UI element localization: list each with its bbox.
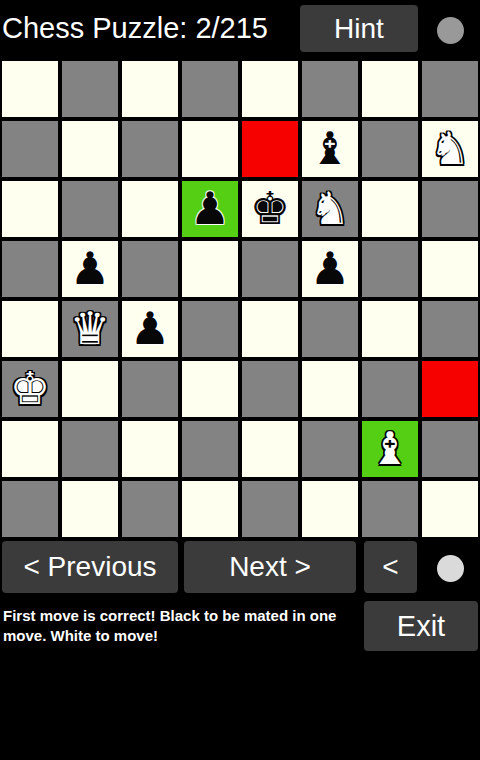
square-e8[interactable] — [242, 61, 298, 117]
square-g6[interactable] — [362, 181, 418, 237]
square-a2[interactable] — [2, 421, 58, 477]
square-b6[interactable] — [62, 181, 118, 237]
square-g7[interactable] — [362, 121, 418, 177]
square-b5[interactable]: ♟ — [62, 241, 118, 297]
square-f2[interactable] — [302, 421, 358, 477]
square-d6[interactable]: ♟ — [182, 181, 238, 237]
square-b4[interactable]: ♛ — [62, 301, 118, 357]
square-c2[interactable] — [122, 421, 178, 477]
square-c3[interactable] — [122, 361, 178, 417]
square-a6[interactable] — [2, 181, 58, 237]
white-knight-icon: ♞ — [430, 121, 470, 177]
status-message: First move is correct! Black to be mated… — [3, 606, 361, 646]
square-c7[interactable] — [122, 121, 178, 177]
square-e7[interactable] — [242, 121, 298, 177]
square-b2[interactable] — [62, 421, 118, 477]
square-a5[interactable] — [2, 241, 58, 297]
top-status-circle-icon — [437, 17, 464, 44]
square-e6[interactable]: ♚ — [242, 181, 298, 237]
square-f3[interactable] — [302, 361, 358, 417]
square-f1[interactable] — [302, 481, 358, 537]
square-g5[interactable] — [362, 241, 418, 297]
square-e5[interactable] — [242, 241, 298, 297]
square-g4[interactable] — [362, 301, 418, 357]
square-h2[interactable] — [422, 421, 478, 477]
square-d5[interactable] — [182, 241, 238, 297]
white-king-icon: ♚ — [10, 361, 50, 417]
square-g2[interactable]: ♝ — [362, 421, 418, 477]
square-c4[interactable]: ♟ — [122, 301, 178, 357]
square-f7[interactable]: ♝ — [302, 121, 358, 177]
square-a8[interactable] — [2, 61, 58, 117]
status-message-line1: First move is correct! Black to be mated… — [3, 606, 361, 626]
back-button[interactable]: < — [364, 541, 417, 593]
black-king-icon: ♚ — [250, 181, 290, 237]
square-e1[interactable] — [242, 481, 298, 537]
square-a7[interactable] — [2, 121, 58, 177]
app-title: Chess Puzzle: 2/215 — [2, 0, 268, 57]
square-g1[interactable] — [362, 481, 418, 537]
bottom-status-circle-icon — [437, 555, 464, 582]
square-d8[interactable] — [182, 61, 238, 117]
next-button[interactable]: Next > — [184, 541, 356, 593]
square-f5[interactable]: ♟ — [302, 241, 358, 297]
square-c6[interactable] — [122, 181, 178, 237]
black-pawn-icon: ♟ — [130, 301, 170, 357]
square-g3[interactable] — [362, 361, 418, 417]
square-e4[interactable] — [242, 301, 298, 357]
square-g8[interactable] — [362, 61, 418, 117]
square-h3[interactable] — [422, 361, 478, 417]
square-b3[interactable] — [62, 361, 118, 417]
white-bishop-icon: ♝ — [370, 421, 410, 477]
square-d2[interactable] — [182, 421, 238, 477]
square-d7[interactable] — [182, 121, 238, 177]
square-h6[interactable] — [422, 181, 478, 237]
square-h4[interactable] — [422, 301, 478, 357]
square-c1[interactable] — [122, 481, 178, 537]
white-knight-icon: ♞ — [310, 181, 350, 237]
square-d1[interactable] — [182, 481, 238, 537]
status-message-line2: move. White to move! — [3, 626, 361, 646]
square-c5[interactable] — [122, 241, 178, 297]
square-f8[interactable] — [302, 61, 358, 117]
square-h5[interactable] — [422, 241, 478, 297]
square-e2[interactable] — [242, 421, 298, 477]
black-bishop-icon: ♝ — [310, 121, 350, 177]
square-f4[interactable] — [302, 301, 358, 357]
square-c8[interactable] — [122, 61, 178, 117]
square-b8[interactable] — [62, 61, 118, 117]
square-d4[interactable] — [182, 301, 238, 357]
square-h7[interactable]: ♞ — [422, 121, 478, 177]
black-pawn-icon: ♟ — [70, 241, 110, 297]
exit-button[interactable]: Exit — [364, 601, 478, 651]
square-b7[interactable] — [62, 121, 118, 177]
square-h1[interactable] — [422, 481, 478, 537]
black-pawn-icon: ♟ — [190, 181, 230, 237]
square-a4[interactable] — [2, 301, 58, 357]
square-b1[interactable] — [62, 481, 118, 537]
chess-board: ♝♞♟♚♞♟♟♛♟♚♝ — [0, 57, 480, 541]
white-queen-icon: ♛ — [70, 301, 110, 357]
square-a1[interactable] — [2, 481, 58, 537]
square-a3[interactable]: ♚ — [2, 361, 58, 417]
square-e3[interactable] — [242, 361, 298, 417]
square-f6[interactable]: ♞ — [302, 181, 358, 237]
hint-button[interactable]: Hint — [300, 5, 418, 52]
black-pawn-icon: ♟ — [310, 241, 350, 297]
square-h8[interactable] — [422, 61, 478, 117]
square-d3[interactable] — [182, 361, 238, 417]
previous-button[interactable]: < Previous — [2, 541, 178, 593]
